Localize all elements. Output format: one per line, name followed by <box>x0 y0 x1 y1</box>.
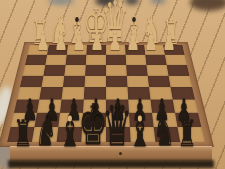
square-b4[interactable] <box>148 76 171 88</box>
chess-set-photo: ♜♞♝♚♛♝♞♜♟♟♟♟♟♟♟♟♟♟♟♟♟♟♟♟♜♞♝♚♛♝♞♜ <box>0 0 225 169</box>
square-c3[interactable] <box>126 65 147 76</box>
square-c4[interactable] <box>127 76 149 88</box>
square-e2[interactable] <box>86 55 106 65</box>
bishop-finial-icon <box>138 115 142 122</box>
square-d3[interactable] <box>106 65 127 76</box>
square-b3[interactable] <box>146 65 168 76</box>
square-g4[interactable] <box>41 76 64 88</box>
white-pawn[interactable]: ♟ <box>157 28 180 54</box>
square-a3[interactable] <box>167 65 190 76</box>
square-c2[interactable] <box>126 55 147 65</box>
square-a2[interactable] <box>165 55 187 65</box>
box-shadow <box>8 160 214 168</box>
square-a4[interactable] <box>169 76 193 88</box>
square-g2[interactable] <box>45 55 66 65</box>
square-d4[interactable] <box>106 76 128 88</box>
square-f4[interactable] <box>63 76 85 88</box>
square-d2[interactable] <box>106 55 126 65</box>
square-f2[interactable] <box>66 55 87 65</box>
black-rook[interactable]: ♜ <box>170 115 203 152</box>
square-e3[interactable] <box>85 65 106 76</box>
square-g3[interactable] <box>43 65 65 76</box>
square-e4[interactable] <box>84 76 106 88</box>
square-h3[interactable] <box>23 65 46 76</box>
square-h2[interactable] <box>25 55 47 65</box>
square-b2[interactable] <box>145 55 166 65</box>
square-f3[interactable] <box>64 65 85 76</box>
square-h4[interactable] <box>20 76 44 88</box>
